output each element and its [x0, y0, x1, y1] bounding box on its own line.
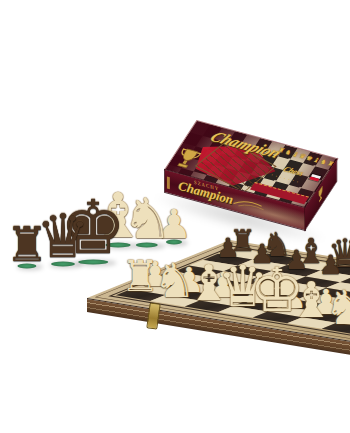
green-felt-base [17, 264, 36, 269]
display-piece-dark-rook: ♜ [5, 220, 48, 268]
product-photo: Champion ♜♞♝♛♚♝♞♜ Chess ······· SZACHY C… [0, 0, 350, 433]
display-piece-light-knight: ♞ [122, 191, 172, 247]
display-pieces-row: ♜♛♚♝♞♟ [0, 0, 350, 433]
display-piece-dark-king: ♚ [60, 190, 126, 264]
green-felt-base [78, 260, 108, 265]
green-felt-base [51, 262, 75, 267]
display-piece-light-pawn: ♟ [156, 204, 192, 244]
green-felt-base [106, 243, 131, 248]
green-felt-base [166, 240, 182, 245]
display-piece-dark-queen: ♛ [36, 206, 90, 266]
display-piece-light-bishop: ♝ [90, 185, 146, 247]
